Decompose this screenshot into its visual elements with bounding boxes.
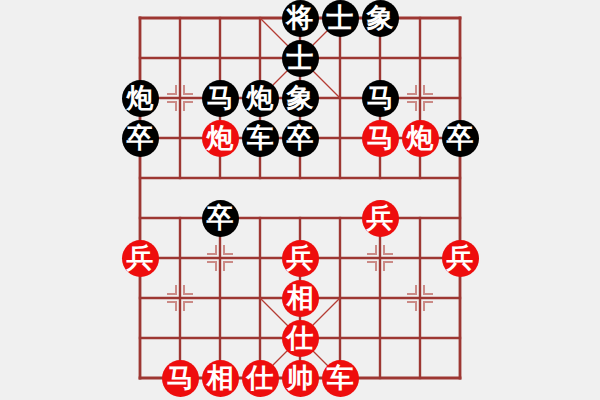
piece-black-elephant[interactable]: 象 bbox=[362, 0, 399, 37]
piece-red-advisor[interactable]: 仕 bbox=[242, 360, 279, 397]
piece-red-cannon[interactable]: 炮 bbox=[202, 120, 239, 157]
piece-red-advisor[interactable]: 仕 bbox=[282, 320, 319, 357]
board-points: 将士象士炮马炮象马卒炮车卒马炮卒卒兵兵兵兵相仕马相仕帅车 bbox=[120, 0, 480, 398]
piece-black-advisor[interactable]: 士 bbox=[282, 40, 319, 77]
piece-black-chariot[interactable]: 车 bbox=[242, 120, 279, 157]
piece-black-cannon[interactable]: 炮 bbox=[122, 80, 159, 117]
piece-red-soldier[interactable]: 兵 bbox=[442, 240, 479, 277]
piece-black-soldier[interactable]: 卒 bbox=[442, 120, 479, 157]
piece-black-cannon[interactable]: 炮 bbox=[242, 80, 279, 117]
piece-red-chariot[interactable]: 车 bbox=[322, 360, 359, 397]
piece-black-advisor[interactable]: 士 bbox=[322, 0, 359, 37]
piece-red-horse[interactable]: 马 bbox=[362, 120, 399, 157]
piece-red-soldier[interactable]: 兵 bbox=[282, 240, 319, 277]
piece-black-soldier[interactable]: 卒 bbox=[282, 120, 319, 157]
piece-red-elephant[interactable]: 相 bbox=[282, 280, 319, 317]
piece-black-horse[interactable]: 马 bbox=[202, 80, 239, 117]
piece-black-soldier[interactable]: 卒 bbox=[122, 120, 159, 157]
piece-black-horse[interactable]: 马 bbox=[362, 80, 399, 117]
piece-red-soldier[interactable]: 兵 bbox=[122, 240, 159, 277]
piece-red-cannon[interactable]: 炮 bbox=[402, 120, 439, 157]
piece-black-elephant[interactable]: 象 bbox=[282, 80, 319, 117]
piece-red-soldier[interactable]: 兵 bbox=[362, 200, 399, 237]
piece-black-general[interactable]: 将 bbox=[282, 0, 319, 37]
piece-red-horse[interactable]: 马 bbox=[162, 360, 199, 397]
piece-black-soldier[interactable]: 卒 bbox=[202, 200, 239, 237]
xiangqi-board: 将士象士炮马炮象马卒炮车卒马炮卒卒兵兵兵兵相仕马相仕帅车 bbox=[0, 0, 600, 400]
piece-red-elephant[interactable]: 相 bbox=[202, 360, 239, 397]
piece-red-general[interactable]: 帅 bbox=[282, 360, 319, 397]
